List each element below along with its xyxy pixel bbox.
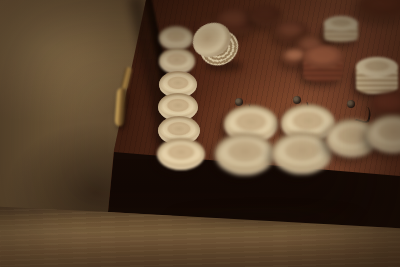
light-checker <box>215 133 275 175</box>
dark-checker <box>358 0 400 19</box>
light-checker <box>157 138 205 170</box>
light-checker <box>272 132 332 174</box>
light-checker <box>159 26 193 50</box>
dark-checker <box>250 5 282 25</box>
backgammon-photo <box>0 0 400 267</box>
dark-checker-stack <box>303 45 343 82</box>
pieces-layer <box>0 0 400 267</box>
light-checker-stack <box>356 57 398 94</box>
light-checker-stack <box>324 16 358 42</box>
